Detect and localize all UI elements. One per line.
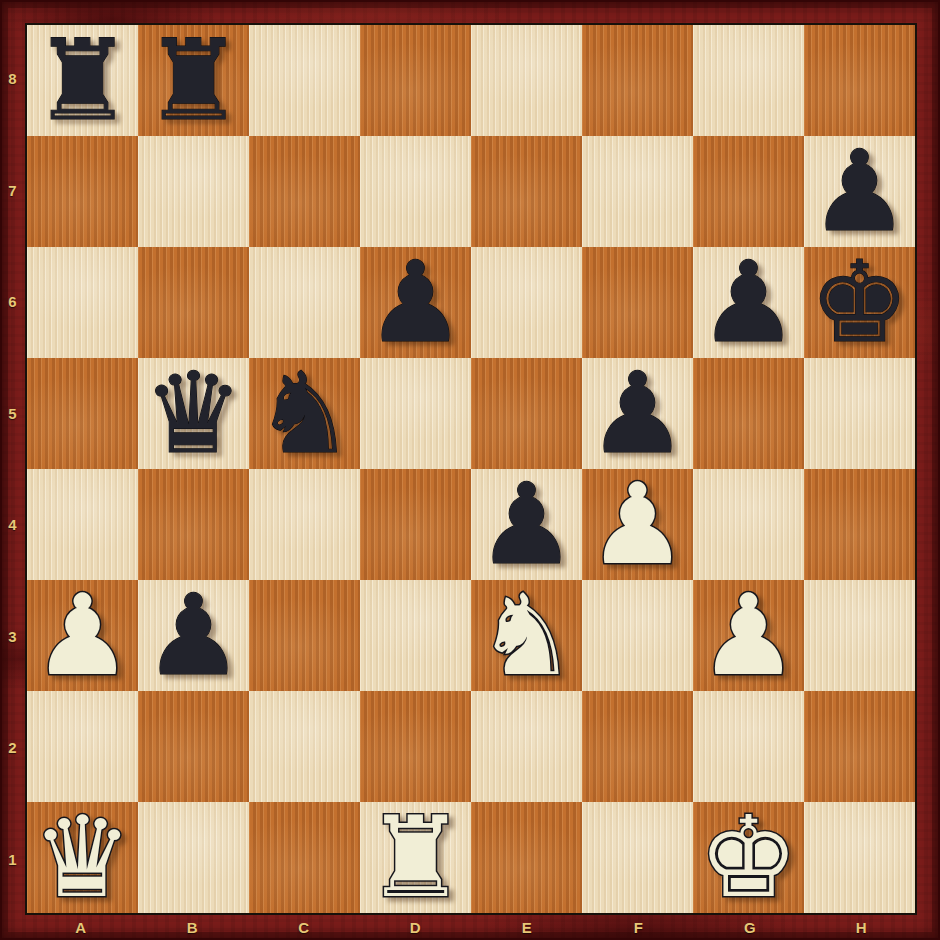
square-b6[interactable]: [138, 247, 249, 358]
piece-white-king[interactable]: ♚: [698, 802, 798, 913]
file-label-h: H: [806, 915, 918, 940]
square-h2[interactable]: [804, 691, 915, 802]
square-h1[interactable]: [804, 802, 915, 913]
square-g7[interactable]: [693, 136, 804, 247]
square-c5[interactable]: ♞: [249, 358, 360, 469]
piece-white-pawn[interactable]: ♟: [32, 580, 132, 691]
piece-black-knight[interactable]: ♞: [254, 358, 354, 469]
square-e6[interactable]: [471, 247, 582, 358]
square-a1[interactable]: ♛: [27, 802, 138, 913]
piece-black-rook[interactable]: ♜: [32, 25, 132, 136]
square-e2[interactable]: [471, 691, 582, 802]
square-f1[interactable]: [582, 802, 693, 913]
square-e5[interactable]: [471, 358, 582, 469]
piece-white-pawn[interactable]: ♟: [698, 580, 798, 691]
square-e7[interactable]: [471, 136, 582, 247]
file-label-b: B: [137, 915, 249, 940]
rank-label-7: 7: [0, 135, 25, 247]
square-d5[interactable]: [360, 358, 471, 469]
square-g5[interactable]: [693, 358, 804, 469]
square-f3[interactable]: [582, 580, 693, 691]
piece-white-pawn[interactable]: ♟: [587, 469, 687, 580]
square-g1[interactable]: ♚: [693, 802, 804, 913]
square-f8[interactable]: [582, 25, 693, 136]
file-label-a: A: [25, 915, 137, 940]
chessboard-app: ♜♜♟♟♟♚♛♞♟♟♟♟♟♞♟♛♜♚ 87654321 ABCDEFGH: [0, 0, 940, 940]
piece-black-pawn[interactable]: ♟: [809, 136, 909, 247]
file-label-d: D: [360, 915, 472, 940]
rank-label-8: 8: [0, 23, 25, 135]
square-h4[interactable]: [804, 469, 915, 580]
square-f6[interactable]: [582, 247, 693, 358]
square-f7[interactable]: [582, 136, 693, 247]
piece-black-pawn[interactable]: ♟: [365, 247, 465, 358]
square-c8[interactable]: [249, 25, 360, 136]
square-b5[interactable]: ♛: [138, 358, 249, 469]
square-g4[interactable]: [693, 469, 804, 580]
square-c1[interactable]: [249, 802, 360, 913]
square-b8[interactable]: ♜: [138, 25, 249, 136]
square-e8[interactable]: [471, 25, 582, 136]
rank-label-5: 5: [0, 358, 25, 470]
rank-label-6: 6: [0, 246, 25, 358]
rank-label-1: 1: [0, 804, 25, 916]
rank-label-4: 4: [0, 469, 25, 581]
square-d6[interactable]: ♟: [360, 247, 471, 358]
square-d7[interactable]: [360, 136, 471, 247]
piece-white-rook[interactable]: ♜: [365, 802, 465, 913]
piece-black-queen[interactable]: ♛: [143, 358, 243, 469]
square-d2[interactable]: [360, 691, 471, 802]
square-f5[interactable]: ♟: [582, 358, 693, 469]
file-label-c: C: [248, 915, 360, 940]
piece-black-king[interactable]: ♚: [809, 247, 909, 358]
square-h3[interactable]: [804, 580, 915, 691]
square-b7[interactable]: [138, 136, 249, 247]
square-b4[interactable]: [138, 469, 249, 580]
square-a4[interactable]: [27, 469, 138, 580]
rank-label-2: 2: [0, 692, 25, 804]
file-label-g: G: [694, 915, 806, 940]
square-g8[interactable]: [693, 25, 804, 136]
square-f2[interactable]: [582, 691, 693, 802]
file-coordinates: ABCDEFGH: [25, 915, 917, 940]
chess-board: ♜♜♟♟♟♚♛♞♟♟♟♟♟♞♟♛♜♚: [25, 23, 917, 915]
square-c3[interactable]: [249, 580, 360, 691]
piece-white-queen[interactable]: ♛: [32, 802, 132, 913]
square-b2[interactable]: [138, 691, 249, 802]
square-h6[interactable]: ♚: [804, 247, 915, 358]
square-g2[interactable]: [693, 691, 804, 802]
rank-coordinates: 87654321: [0, 23, 25, 915]
rank-label-3: 3: [0, 581, 25, 693]
square-c6[interactable]: [249, 247, 360, 358]
square-a2[interactable]: [27, 691, 138, 802]
square-a8[interactable]: ♜: [27, 25, 138, 136]
piece-black-rook[interactable]: ♜: [143, 25, 243, 136]
square-d4[interactable]: [360, 469, 471, 580]
square-c7[interactable]: [249, 136, 360, 247]
square-f4[interactable]: ♟: [582, 469, 693, 580]
file-label-e: E: [471, 915, 583, 940]
square-g6[interactable]: ♟: [693, 247, 804, 358]
square-d3[interactable]: [360, 580, 471, 691]
square-d8[interactable]: [360, 25, 471, 136]
piece-black-pawn[interactable]: ♟: [476, 469, 576, 580]
piece-black-pawn[interactable]: ♟: [143, 580, 243, 691]
square-h8[interactable]: [804, 25, 915, 136]
square-h7[interactable]: ♟: [804, 136, 915, 247]
piece-black-pawn[interactable]: ♟: [698, 247, 798, 358]
square-h5[interactable]: [804, 358, 915, 469]
square-e4[interactable]: ♟: [471, 469, 582, 580]
square-b1[interactable]: [138, 802, 249, 913]
square-a3[interactable]: ♟: [27, 580, 138, 691]
square-a5[interactable]: [27, 358, 138, 469]
square-c2[interactable]: [249, 691, 360, 802]
square-e3[interactable]: ♞: [471, 580, 582, 691]
square-e1[interactable]: [471, 802, 582, 913]
square-g3[interactable]: ♟: [693, 580, 804, 691]
piece-black-pawn[interactable]: ♟: [587, 358, 687, 469]
piece-white-knight[interactable]: ♞: [476, 580, 576, 691]
file-label-f: F: [583, 915, 695, 940]
square-c4[interactable]: [249, 469, 360, 580]
square-d1[interactable]: ♜: [360, 802, 471, 913]
square-a7[interactable]: [27, 136, 138, 247]
square-a6[interactable]: [27, 247, 138, 358]
square-b3[interactable]: ♟: [138, 580, 249, 691]
